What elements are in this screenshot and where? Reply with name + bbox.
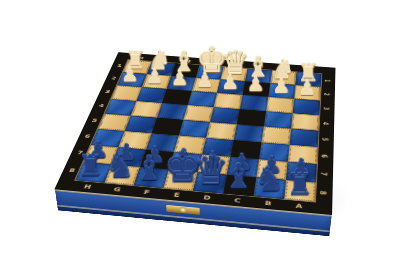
white-pawn-b2[interactable]: ♟ [268, 77, 294, 97]
blue-knight-b8[interactable]: ♞ [254, 163, 285, 196]
product-photo-stage: HGFEDCBA1♜♞♝♚♛♝♞♜12♟♟♟♟♟♟♟♟2334455667♟♟♟… [0, 0, 420, 259]
square-e4[interactable] [183, 105, 213, 122]
rank-label-right-6: 6 [317, 147, 333, 166]
blue-queen-d8[interactable]: ♛ [193, 152, 223, 191]
blue-bishop-f8[interactable]: ♝ [134, 152, 164, 185]
white-pawn-g2[interactable]: ♟ [142, 67, 167, 87]
square-d5[interactable] [206, 122, 237, 140]
white-pawn-f2[interactable]: ♟ [167, 69, 192, 89]
blue-rook-a8[interactable]: ♜ [284, 169, 315, 199]
square-f4[interactable] [157, 103, 188, 120]
square-a2[interactable]: ♟ [294, 85, 321, 101]
white-pawn-h2[interactable]: ♟ [117, 66, 142, 86]
brass-clasp-icon [166, 205, 200, 215]
rank-label-right-8: 8 [315, 183, 332, 204]
square-e5[interactable] [179, 120, 210, 138]
rank-label-right-4: 4 [319, 115, 334, 132]
white-pawn-d2[interactable]: ♟ [217, 73, 243, 93]
square-a4[interactable] [291, 113, 319, 130]
white-pawn-c2[interactable]: ♟ [243, 75, 269, 95]
square-h5[interactable] [98, 114, 131, 132]
square-a8[interactable]: ♜ [284, 180, 316, 202]
square-f5[interactable] [152, 118, 184, 136]
rank-label-right-5: 5 [318, 131, 333, 148]
rank-label-right-3: 3 [319, 101, 333, 117]
square-c4[interactable] [237, 109, 266, 126]
square-b2[interactable]: ♟ [268, 83, 295, 99]
blue-king-e8[interactable]: ♚ [163, 146, 193, 188]
blue-rook-h8[interactable]: ♜ [76, 151, 106, 180]
square-c8[interactable]: ♝ [223, 175, 256, 197]
blue-bishop-c8[interactable]: ♝ [223, 160, 253, 194]
rank-label-left-5: 5 [84, 112, 104, 128]
chess-box: HGFEDCBA1♜♞♝♚♛♝♞♜12♟♟♟♟♟♟♟♟2334455667♟♟♟… [56, 53, 335, 214]
chess-set-scene: HGFEDCBA1♜♞♝♚♛♝♞♜12♟♟♟♟♟♟♟♟2334455667♟♟♟… [88, 0, 332, 244]
square-a5[interactable] [290, 129, 319, 147]
rank-label-right-7: 7 [316, 164, 332, 184]
blue-knight-g8[interactable]: ♞ [105, 151, 135, 183]
white-pawn-e2[interactable]: ♟ [192, 71, 218, 91]
square-d8[interactable]: ♛ [193, 172, 227, 193]
board-face: HGFEDCBA1♜♞♝♚♛♝♞♜12♟♟♟♟♟♟♟♟2334455667♟♟♟… [56, 53, 335, 214]
rank-label-right-1: 1 [321, 74, 335, 88]
rank-label-right-2: 2 [320, 87, 334, 102]
square-d4[interactable] [210, 107, 240, 124]
square-e2[interactable]: ♟ [192, 78, 221, 93]
square-c2[interactable]: ♟ [243, 81, 271, 96]
white-pawn-a2[interactable]: ♟ [294, 79, 320, 99]
square-b5[interactable] [262, 126, 292, 144]
square-d2[interactable]: ♟ [217, 79, 245, 94]
square-b8[interactable]: ♞ [254, 177, 287, 199]
